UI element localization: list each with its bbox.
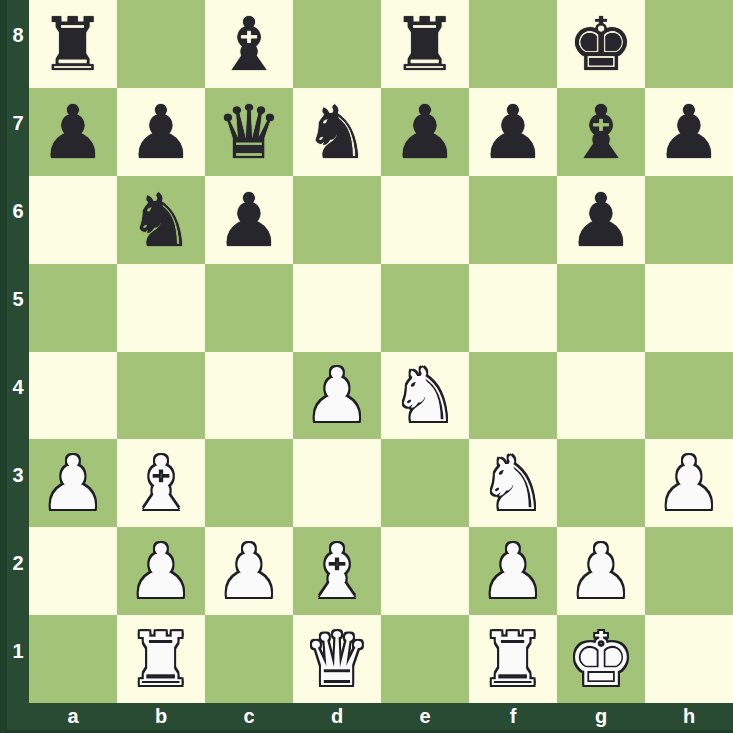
piece-white-queen[interactable]: ♛: [293, 615, 381, 703]
piece-black-pawn[interactable]: ♟: [381, 88, 469, 176]
square-f5[interactable]: [469, 264, 557, 352]
square-d6[interactable]: [293, 176, 381, 264]
file-label-f: f: [469, 701, 557, 731]
file-labels: a b c d e f g h: [29, 703, 733, 733]
square-a7[interactable]: ♟: [29, 88, 117, 176]
square-e2[interactable]: [381, 527, 469, 615]
square-g6[interactable]: ♟: [557, 176, 645, 264]
square-f4[interactable]: [469, 352, 557, 440]
piece-black-rook[interactable]: ♜: [29, 0, 117, 88]
square-d1[interactable]: ♛: [293, 615, 381, 703]
piece-black-king[interactable]: ♚: [557, 0, 645, 88]
square-f3[interactable]: ♞: [469, 439, 557, 527]
piece-black-pawn[interactable]: ♟: [469, 88, 557, 176]
square-f6[interactable]: [469, 176, 557, 264]
square-g2[interactable]: ♟: [557, 527, 645, 615]
square-c2[interactable]: ♟: [205, 527, 293, 615]
file-label-d: d: [293, 701, 381, 731]
square-f8[interactable]: [469, 0, 557, 88]
square-h4[interactable]: [645, 352, 733, 440]
rank-labels: 8 7 6 5 4 3 2 1: [0, 0, 29, 703]
piece-white-king[interactable]: ♚: [557, 615, 645, 703]
chess-board[interactable]: ♜♝♜♚♟♟♛♞♟♟♝♟♞♟♟♟♞♟♝♞♟♟♟♝♟♟♜♛♜♚: [29, 0, 733, 703]
square-d5[interactable]: [293, 264, 381, 352]
piece-black-knight[interactable]: ♞: [117, 176, 205, 264]
piece-black-bishop[interactable]: ♝: [557, 88, 645, 176]
square-g5[interactable]: [557, 264, 645, 352]
square-h7[interactable]: ♟: [645, 88, 733, 176]
square-a5[interactable]: [29, 264, 117, 352]
square-e3[interactable]: [381, 439, 469, 527]
rank-label-2: 2: [7, 519, 29, 607]
square-d2[interactable]: ♝: [293, 527, 381, 615]
square-d4[interactable]: ♟: [293, 352, 381, 440]
square-c4[interactable]: [205, 352, 293, 440]
square-e4[interactable]: ♞: [381, 352, 469, 440]
square-h5[interactable]: [645, 264, 733, 352]
piece-white-pawn[interactable]: ♟: [293, 352, 381, 440]
square-b5[interactable]: [117, 264, 205, 352]
square-b8[interactable]: [117, 0, 205, 88]
file-label-b: b: [117, 701, 205, 731]
rank-label-4: 4: [7, 344, 29, 432]
square-g4[interactable]: [557, 352, 645, 440]
square-a8[interactable]: ♜: [29, 0, 117, 88]
square-f1[interactable]: ♜: [469, 615, 557, 703]
square-b7[interactable]: ♟: [117, 88, 205, 176]
square-g3[interactable]: [557, 439, 645, 527]
square-c1[interactable]: [205, 615, 293, 703]
square-d8[interactable]: [293, 0, 381, 88]
square-d7[interactable]: ♞: [293, 88, 381, 176]
square-a3[interactable]: ♟: [29, 439, 117, 527]
piece-white-bishop[interactable]: ♝: [117, 439, 205, 527]
piece-white-pawn[interactable]: ♟: [645, 439, 733, 527]
rank-label-6: 6: [7, 168, 29, 256]
square-c5[interactable]: [205, 264, 293, 352]
rank-label-3: 3: [7, 431, 29, 519]
square-c6[interactable]: ♟: [205, 176, 293, 264]
piece-black-rook[interactable]: ♜: [381, 0, 469, 88]
square-e8[interactable]: ♜: [381, 0, 469, 88]
piece-white-knight[interactable]: ♞: [381, 352, 469, 440]
square-e1[interactable]: [381, 615, 469, 703]
square-e7[interactable]: ♟: [381, 88, 469, 176]
square-c7[interactable]: ♛: [205, 88, 293, 176]
file-label-e: e: [381, 701, 469, 731]
square-h2[interactable]: [645, 527, 733, 615]
square-c8[interactable]: ♝: [205, 0, 293, 88]
piece-white-rook[interactable]: ♜: [117, 615, 205, 703]
square-a6[interactable]: [29, 176, 117, 264]
square-g1[interactable]: ♚: [557, 615, 645, 703]
square-b1[interactable]: ♜: [117, 615, 205, 703]
piece-black-bishop[interactable]: ♝: [205, 0, 293, 88]
square-b3[interactable]: ♝: [117, 439, 205, 527]
file-label-g: g: [557, 701, 645, 731]
file-label-c: c: [205, 701, 293, 731]
piece-white-pawn[interactable]: ♟: [557, 527, 645, 615]
square-e5[interactable]: [381, 264, 469, 352]
piece-black-knight[interactable]: ♞: [293, 88, 381, 176]
piece-black-queen[interactable]: ♛: [205, 88, 293, 176]
piece-white-bishop[interactable]: ♝: [293, 527, 381, 615]
piece-white-pawn[interactable]: ♟: [469, 527, 557, 615]
square-b2[interactable]: ♟: [117, 527, 205, 615]
piece-white-pawn[interactable]: ♟: [29, 439, 117, 527]
square-e6[interactable]: [381, 176, 469, 264]
square-g7[interactable]: ♝: [557, 88, 645, 176]
square-c3[interactable]: [205, 439, 293, 527]
piece-black-pawn[interactable]: ♟: [557, 176, 645, 264]
piece-black-pawn[interactable]: ♟: [205, 176, 293, 264]
rank-label-5: 5: [7, 256, 29, 344]
square-h8[interactable]: [645, 0, 733, 88]
rank-label-8: 8: [7, 0, 29, 80]
square-h1[interactable]: [645, 615, 733, 703]
square-a4[interactable]: [29, 352, 117, 440]
square-a2[interactable]: [29, 527, 117, 615]
piece-black-pawn[interactable]: ♟: [645, 88, 733, 176]
piece-white-pawn[interactable]: ♟: [117, 527, 205, 615]
square-f2[interactable]: ♟: [469, 527, 557, 615]
square-h6[interactable]: [645, 176, 733, 264]
square-b6[interactable]: ♞: [117, 176, 205, 264]
piece-white-pawn[interactable]: ♟: [205, 527, 293, 615]
square-d3[interactable]: [293, 439, 381, 527]
piece-white-rook[interactable]: ♜: [469, 615, 557, 703]
rank-label-1: 1: [7, 607, 29, 695]
square-f7[interactable]: ♟: [469, 88, 557, 176]
rank-label-7: 7: [7, 80, 29, 168]
chess-board-frame: 8 7 6 5 4 3 2 1 ♜♝♜♚♟♟♛♞♟♟♝♟♞♟♟♟♞♟♝♞♟♟♟♝…: [0, 0, 733, 733]
piece-white-knight[interactable]: ♞: [469, 439, 557, 527]
file-label-h: h: [645, 701, 733, 731]
square-h3[interactable]: ♟: [645, 439, 733, 527]
square-g8[interactable]: ♚: [557, 0, 645, 88]
piece-black-pawn[interactable]: ♟: [117, 88, 205, 176]
file-label-a: a: [29, 701, 117, 731]
piece-black-pawn[interactable]: ♟: [29, 88, 117, 176]
square-a1[interactable]: [29, 615, 117, 703]
square-b4[interactable]: [117, 352, 205, 440]
